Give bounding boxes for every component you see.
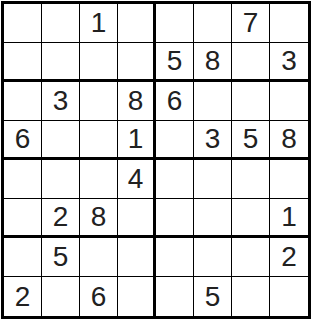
cell-r4c4-given: 1 [118, 121, 156, 160]
cell-r3c4-given: 8 [118, 82, 156, 121]
cell-r5c5-empty[interactable] [156, 160, 194, 199]
cell-r7c7-empty[interactable] [232, 238, 270, 277]
cell-r6c4-empty[interactable] [118, 199, 156, 238]
cell-r1c1-empty[interactable] [4, 4, 42, 43]
cell-r6c7-empty[interactable] [232, 199, 270, 238]
cell-r4c6-given: 3 [194, 121, 232, 160]
cell-r2c8-given: 3 [270, 43, 308, 82]
cell-r6c1-empty[interactable] [4, 199, 42, 238]
cell-r6c2-given: 2 [42, 199, 80, 238]
cell-r2c1-empty[interactable] [4, 43, 42, 82]
cell-r3c6-empty[interactable] [194, 82, 232, 121]
sudoku-grid: 1758338661358428152265 [4, 4, 308, 316]
cell-r4c7-given: 5 [232, 121, 270, 160]
cell-r7c4-empty[interactable] [118, 238, 156, 277]
cell-r5c7-empty[interactable] [232, 160, 270, 199]
cell-r8c3-given: 6 [80, 277, 118, 316]
cell-r1c4-empty[interactable] [118, 4, 156, 43]
cell-r3c5-given: 6 [156, 82, 194, 121]
cell-r1c5-empty[interactable] [156, 4, 194, 43]
cell-r4c8-given: 8 [270, 121, 308, 160]
cell-r1c6-empty[interactable] [194, 4, 232, 43]
cell-r3c3-empty[interactable] [80, 82, 118, 121]
cell-r1c7-given: 7 [232, 4, 270, 43]
cell-r2c2-empty[interactable] [42, 43, 80, 82]
cell-r5c6-empty[interactable] [194, 160, 232, 199]
cell-r3c2-given: 3 [42, 82, 80, 121]
cell-r1c3-given: 1 [80, 4, 118, 43]
cell-r8c8-empty[interactable] [270, 277, 308, 316]
cell-r6c8-given: 1 [270, 199, 308, 238]
cell-r6c5-empty[interactable] [156, 199, 194, 238]
sudoku-board-frame: 1758338661358428152265 [1, 1, 311, 319]
cell-r4c1-given: 6 [4, 121, 42, 160]
cell-r2c6-given: 8 [194, 43, 232, 82]
cell-r8c2-empty[interactable] [42, 277, 80, 316]
cell-r5c8-empty[interactable] [270, 160, 308, 199]
cell-r2c3-empty[interactable] [80, 43, 118, 82]
cell-r7c8-given: 2 [270, 238, 308, 277]
cell-r5c3-empty[interactable] [80, 160, 118, 199]
cell-r5c1-empty[interactable] [4, 160, 42, 199]
cell-r1c2-empty[interactable] [42, 4, 80, 43]
cell-r3c7-empty[interactable] [232, 82, 270, 121]
cell-r3c1-empty[interactable] [4, 82, 42, 121]
cell-r5c2-empty[interactable] [42, 160, 80, 199]
cell-r8c1-given: 2 [4, 277, 42, 316]
cell-r8c5-empty[interactable] [156, 277, 194, 316]
cell-r2c4-empty[interactable] [118, 43, 156, 82]
cell-r7c6-empty[interactable] [194, 238, 232, 277]
cell-r6c6-empty[interactable] [194, 199, 232, 238]
cell-r2c7-empty[interactable] [232, 43, 270, 82]
cell-r2c5-given: 5 [156, 43, 194, 82]
cell-r8c6-given: 5 [194, 277, 232, 316]
cell-r4c5-empty[interactable] [156, 121, 194, 160]
cell-r3c8-empty[interactable] [270, 82, 308, 121]
cell-r6c3-given: 8 [80, 199, 118, 238]
cell-r7c2-given: 5 [42, 238, 80, 277]
cell-r7c5-empty[interactable] [156, 238, 194, 277]
cell-r8c7-empty[interactable] [232, 277, 270, 316]
cell-r8c4-empty[interactable] [118, 277, 156, 316]
cell-r5c4-given: 4 [118, 160, 156, 199]
sudoku-board: 1758338661358428152265 [0, 0, 312, 320]
cell-r1c8-empty[interactable] [270, 4, 308, 43]
cell-r4c3-empty[interactable] [80, 121, 118, 160]
cell-r4c2-empty[interactable] [42, 121, 80, 160]
cell-r7c1-empty[interactable] [4, 238, 42, 277]
cell-r7c3-empty[interactable] [80, 238, 118, 277]
